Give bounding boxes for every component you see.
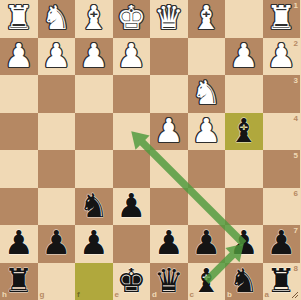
square-c4[interactable]: ♟ [188, 113, 226, 151]
white-bishop[interactable]: ♝ [79, 0, 109, 37]
square-h7[interactable]: ♟ [0, 225, 38, 263]
rank-label-3: 3 [294, 76, 298, 85]
square-a5[interactable]: 5 [263, 150, 301, 188]
file-label-f: f [77, 290, 80, 299]
square-h2[interactable]: ♟ [0, 38, 38, 76]
square-b3[interactable] [225, 75, 263, 113]
square-d3[interactable] [150, 75, 188, 113]
white-pawn[interactable]: ♟ [229, 37, 259, 75]
white-pawn[interactable]: ♟ [266, 37, 296, 75]
square-c5[interactable] [188, 150, 226, 188]
square-d5[interactable] [150, 150, 188, 188]
square-d2[interactable] [150, 38, 188, 76]
square-f3[interactable] [75, 75, 113, 113]
square-c1[interactable]: ♝ [188, 0, 226, 38]
square-a4[interactable]: 4 [263, 113, 301, 151]
square-b5[interactable] [225, 150, 263, 188]
square-b8[interactable]: ♞b [225, 263, 263, 300]
square-f4[interactable] [75, 113, 113, 151]
black-pawn[interactable]: ♟ [191, 224, 221, 262]
white-pawn[interactable]: ♟ [154, 112, 184, 150]
square-h4[interactable] [0, 113, 38, 151]
white-bishop[interactable]: ♝ [191, 0, 221, 37]
square-b7[interactable]: ♟ [225, 225, 263, 263]
white-pawn[interactable]: ♟ [191, 112, 221, 150]
square-g5[interactable] [38, 150, 76, 188]
square-h3[interactable] [0, 75, 38, 113]
black-pawn[interactable]: ♟ [266, 224, 296, 262]
square-g3[interactable] [38, 75, 76, 113]
black-king[interactable]: ♚ [116, 262, 146, 300]
black-pawn[interactable]: ♟ [41, 224, 71, 262]
square-h6[interactable] [0, 188, 38, 226]
square-e3[interactable] [113, 75, 151, 113]
white-pawn[interactable]: ♟ [116, 37, 146, 75]
square-f6[interactable]: ♞ [75, 188, 113, 226]
square-g1[interactable]: ♞ [38, 0, 76, 38]
rank-label-5: 5 [294, 151, 298, 160]
square-h5[interactable] [0, 150, 38, 188]
square-e2[interactable]: ♟ [113, 38, 151, 76]
black-bishop[interactable]: ♝ [229, 112, 259, 150]
square-e8[interactable]: ♚e [113, 263, 151, 300]
black-knight[interactable]: ♞ [79, 187, 109, 225]
square-b6[interactable] [225, 188, 263, 226]
square-d8[interactable]: ♛d [150, 263, 188, 300]
resize-handle-icon[interactable] [291, 291, 299, 299]
square-h1[interactable]: ♜ [0, 0, 38, 38]
square-f5[interactable] [75, 150, 113, 188]
square-f2[interactable]: ♟ [75, 38, 113, 76]
square-e1[interactable]: ♚ [113, 0, 151, 38]
square-c3[interactable]: ♞ [188, 75, 226, 113]
square-f7[interactable]: ♟ [75, 225, 113, 263]
white-pawn[interactable]: ♟ [41, 37, 71, 75]
black-rook[interactable]: ♜ [4, 262, 34, 300]
white-rook[interactable]: ♜ [4, 0, 34, 37]
square-e4[interactable] [113, 113, 151, 151]
square-d7[interactable]: ♟ [150, 225, 188, 263]
square-g8[interactable]: g [38, 263, 76, 300]
square-e7[interactable] [113, 225, 151, 263]
square-b2[interactable]: ♟ [225, 38, 263, 76]
square-f8[interactable]: f [75, 263, 113, 300]
black-bishop[interactable]: ♝ [191, 262, 221, 300]
square-d1[interactable]: ♛ [150, 0, 188, 38]
square-a6[interactable]: 6 [263, 188, 301, 226]
square-c6[interactable] [188, 188, 226, 226]
white-rook[interactable]: ♜ [266, 0, 296, 37]
square-b1[interactable] [225, 0, 263, 38]
square-g2[interactable]: ♟ [38, 38, 76, 76]
white-king[interactable]: ♚ [116, 0, 146, 37]
square-d4[interactable]: ♟ [150, 113, 188, 151]
white-pawn[interactable]: ♟ [79, 37, 109, 75]
rank-label-4: 4 [294, 114, 298, 123]
square-c8[interactable]: ♝c [188, 263, 226, 300]
square-g6[interactable] [38, 188, 76, 226]
black-pawn[interactable]: ♟ [79, 224, 109, 262]
chess-board: ♜♞♝♚♛♝♜1♟♟♟♟♟♟2♞3♟♟♝45♞♟6♟♟♟♟♟♟♟7♜hgf♚e♛… [0, 0, 300, 300]
black-pawn[interactable]: ♟ [154, 224, 184, 262]
square-a2[interactable]: ♟2 [263, 38, 301, 76]
square-c2[interactable] [188, 38, 226, 76]
square-g7[interactable]: ♟ [38, 225, 76, 263]
square-d6[interactable] [150, 188, 188, 226]
black-pawn[interactable]: ♟ [116, 187, 146, 225]
square-e5[interactable] [113, 150, 151, 188]
file-label-g: g [40, 290, 45, 299]
black-pawn[interactable]: ♟ [4, 224, 34, 262]
square-e6[interactable]: ♟ [113, 188, 151, 226]
square-a1[interactable]: ♜1 [263, 0, 301, 38]
white-pawn[interactable]: ♟ [4, 37, 34, 75]
square-c7[interactable]: ♟ [188, 225, 226, 263]
rank-label-6: 6 [294, 189, 298, 198]
square-b4[interactable]: ♝ [225, 113, 263, 151]
black-queen[interactable]: ♛ [154, 262, 184, 300]
black-knight[interactable]: ♞ [229, 262, 259, 300]
square-f1[interactable]: ♝ [75, 0, 113, 38]
white-queen[interactable]: ♛ [154, 0, 184, 37]
black-pawn[interactable]: ♟ [229, 224, 259, 262]
square-a7[interactable]: ♟7 [263, 225, 301, 263]
white-knight[interactable]: ♞ [191, 74, 221, 112]
square-a3[interactable]: 3 [263, 75, 301, 113]
square-g4[interactable] [38, 113, 76, 151]
white-knight[interactable]: ♞ [41, 0, 71, 37]
square-h8[interactable]: ♜h [0, 263, 38, 300]
